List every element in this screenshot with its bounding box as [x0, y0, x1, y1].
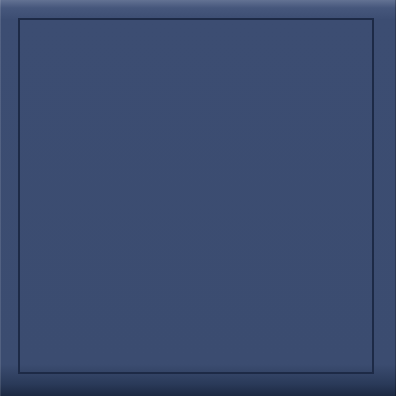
chess-board	[20, 20, 372, 372]
board-frame	[0, 0, 396, 396]
